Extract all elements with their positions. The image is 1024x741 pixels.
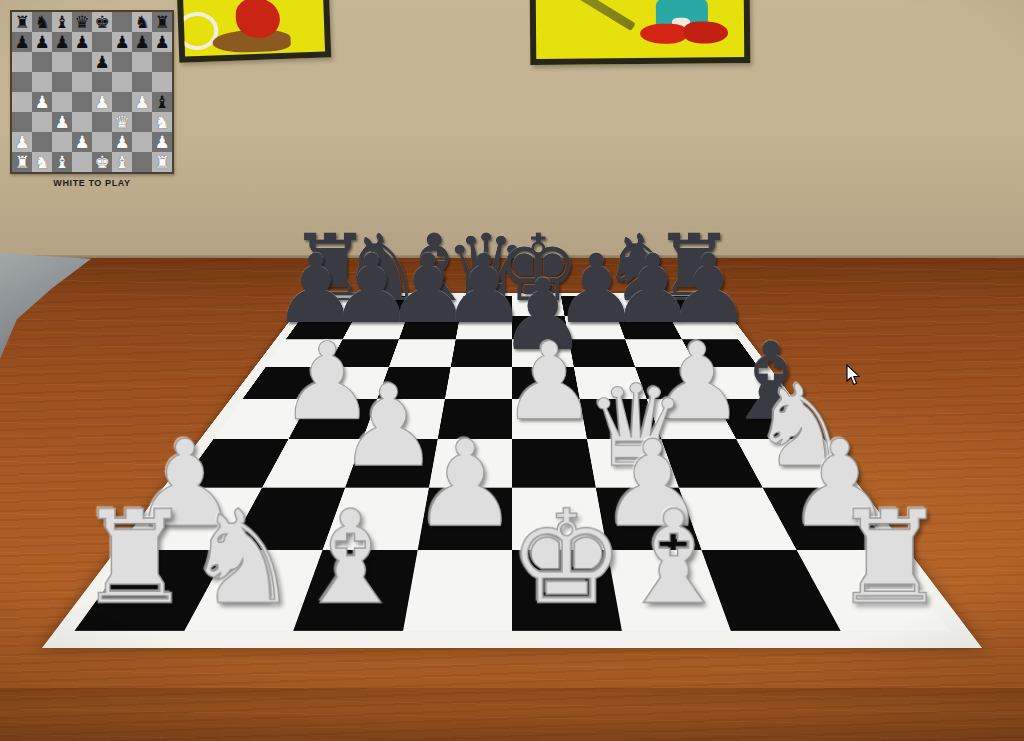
- mini-black-king: ♚: [94, 13, 109, 31]
- mini-square-c7: ♟: [52, 32, 72, 52]
- mini-black-bishop: ♝: [54, 13, 69, 31]
- mini-square-g5: [132, 72, 152, 92]
- mini-white-pawn: ♟: [74, 133, 89, 151]
- mini-black-rook: ♜: [154, 13, 169, 31]
- mini-square-e2: [92, 132, 112, 152]
- mini-square-h6: [152, 52, 172, 72]
- mini-square-b3: [32, 112, 52, 132]
- mini-square-a3: [12, 112, 32, 132]
- mini-square-f3: ♛: [112, 112, 132, 132]
- mini-white-knight: ♞: [154, 113, 169, 131]
- mini-square-f8: [112, 12, 132, 32]
- mini-white-pawn: ♟: [94, 93, 109, 111]
- mini-square-g2: [132, 132, 152, 152]
- white-piece-glyph: ♝: [231, 493, 468, 622]
- mini-square-f5: [112, 72, 132, 92]
- white-rook-h1[interactable]: ♜: [796, 550, 950, 631]
- mini-square-b6: [32, 52, 52, 72]
- mini-square-g4: ♟: [132, 92, 152, 112]
- mini-square-e7: [92, 32, 112, 52]
- mini-white-pawn: ♟: [34, 93, 49, 111]
- mini-square-e6: ♟: [92, 52, 112, 72]
- mini-square-e4: ♟: [92, 92, 112, 112]
- mini-black-pawn: ♟: [154, 33, 169, 51]
- mini-white-queen: ♛: [114, 113, 129, 131]
- mini-square-g8: ♞: [132, 12, 152, 32]
- mini-black-queen: ♛: [74, 13, 89, 31]
- mini-square-c8: ♝: [52, 12, 72, 32]
- mini-square-h1: ♜: [152, 152, 172, 172]
- mini-square-c5: [52, 72, 72, 92]
- mini-square-h3: ♞: [152, 112, 172, 132]
- mini-square-g1: [132, 152, 152, 172]
- mini-square-d4: [72, 92, 92, 112]
- mini-square-b8: ♞: [32, 12, 52, 32]
- mini-square-c6: [52, 52, 72, 72]
- mini-square-c1: ♝: [52, 152, 72, 172]
- mini-black-pawn: ♟: [94, 53, 109, 71]
- mini-square-g3: [132, 112, 152, 132]
- mini-white-pawn: ♟: [114, 133, 129, 151]
- mini-square-g6: [132, 52, 152, 72]
- mini-square-h7: ♟: [152, 32, 172, 52]
- mini-square-h4: ♝: [152, 92, 172, 112]
- mini-black-pawn: ♟: [134, 33, 149, 51]
- mini-square-g7: ♟: [132, 32, 152, 52]
- mini-square-b2: [32, 132, 52, 152]
- mini-black-pawn: ♟: [54, 33, 69, 51]
- mini-square-d5: [72, 72, 92, 92]
- mini-white-knight: ♞: [34, 153, 49, 171]
- mini-square-d2: ♟: [72, 132, 92, 152]
- mini-square-b4: ♟: [32, 92, 52, 112]
- mini-square-b7: ♟: [32, 32, 52, 52]
- mini-board: ♜♞♝♛♚♞♜♟♟♟♟♟♟♟♟♟♟♟♝♟♛♞♟♟♟♟♜♞♝♚♝♜: [10, 10, 174, 174]
- mini-square-e8: ♚: [92, 12, 112, 32]
- mini-black-knight: ♞: [34, 13, 49, 31]
- mini-white-bishop: ♝: [114, 153, 129, 171]
- mini-square-h2: ♟: [152, 132, 172, 152]
- mini-square-c3: ♟: [52, 112, 72, 132]
- white-bishop-c1[interactable]: ♝: [293, 550, 417, 631]
- mini-square-h8: ♜: [152, 12, 172, 32]
- mini-square-f7: ♟: [112, 32, 132, 52]
- turn-indicator: WHITE TO PLAY: [10, 178, 174, 188]
- mini-board-panel: ♜♞♝♛♚♞♜♟♟♟♟♟♟♟♟♟♟♟♝♟♛♞♟♟♟♟♜♞♝♚♝♜ WHITE T…: [10, 10, 174, 174]
- mini-white-king: ♚: [94, 153, 109, 171]
- mini-square-f4: [112, 92, 132, 112]
- mini-black-pawn: ♟: [34, 33, 49, 51]
- mini-black-pawn: ♟: [14, 33, 29, 51]
- mini-white-rook: ♜: [154, 153, 169, 171]
- board-3d[interactable]: ♜♞♝♛♚♞♜♟♟♟♟♟♟♟♟♟♟♟♝♟♛♞♟♟♟♟♜♞♝♚♝♜: [42, 293, 982, 648]
- mini-black-rook: ♜: [14, 13, 29, 31]
- mini-black-knight: ♞: [134, 13, 149, 31]
- mini-white-pawn: ♟: [134, 93, 149, 111]
- mini-square-a8: ♜: [12, 12, 32, 32]
- mini-square-c2: [52, 132, 72, 152]
- mini-square-a7: ♟: [12, 32, 32, 52]
- mini-square-b5: [32, 72, 52, 92]
- white-piece-glyph: ♝: [555, 493, 792, 622]
- mini-square-f2: ♟: [112, 132, 132, 152]
- mouse-cursor: [846, 364, 861, 390]
- mini-square-d7: ♟: [72, 32, 92, 52]
- mini-square-b1: ♞: [32, 152, 52, 172]
- mini-square-h5: [152, 72, 172, 92]
- white-bishop-f1[interactable]: ♝: [607, 550, 731, 631]
- mini-square-f1: ♝: [112, 152, 132, 172]
- mini-square-d8: ♛: [72, 12, 92, 32]
- mini-black-pawn: ♟: [74, 33, 89, 51]
- mini-square-f6: [112, 52, 132, 72]
- mini-square-c4: [52, 92, 72, 112]
- mini-black-pawn: ♟: [114, 33, 129, 51]
- mini-square-a6: [12, 52, 32, 72]
- mini-square-d3: [72, 112, 92, 132]
- mini-square-d1: [72, 152, 92, 172]
- mini-white-pawn: ♟: [54, 113, 69, 131]
- mini-square-e3: [92, 112, 112, 132]
- mini-square-a2: ♟: [12, 132, 32, 152]
- white-piece-glyph: ♜: [771, 493, 1008, 622]
- mini-white-bishop: ♝: [54, 153, 69, 171]
- mini-white-pawn: ♟: [14, 133, 29, 151]
- mini-square-e5: [92, 72, 112, 92]
- mini-square-a1: ♜: [12, 152, 32, 172]
- mini-square-d6: [72, 52, 92, 72]
- mini-square-a5: [12, 72, 32, 92]
- mini-black-bishop: ♝: [154, 93, 169, 111]
- mini-white-pawn: ♟: [154, 133, 169, 151]
- mini-square-a4: [12, 92, 32, 112]
- mini-white-rook: ♜: [14, 153, 29, 171]
- mini-square-e1: ♚: [92, 152, 112, 172]
